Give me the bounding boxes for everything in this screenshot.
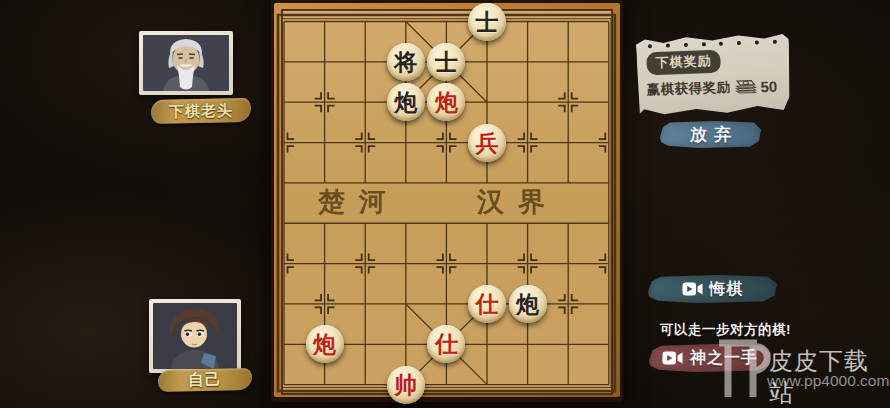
undo-button[interactable]: 悔棋 <box>648 275 777 303</box>
opponent-name-label: 下棋老头 <box>169 101 233 121</box>
opponent-portrait <box>143 35 229 91</box>
give-up-label: 放弃 <box>690 123 738 146</box>
river-label-han: 汉界 <box>476 186 559 217</box>
piece-character: 炮 <box>313 325 336 363</box>
piece-red-帅[interactable]: 帅 <box>387 366 425 404</box>
piece-red-仕[interactable]: 仕 <box>468 285 506 323</box>
reward-amount: 50 <box>760 77 777 95</box>
opponent-name-ribbon: 下棋老头 <box>151 98 251 124</box>
piece-black-炮[interactable]: 炮 <box>509 285 547 323</box>
watermark-url: www.pp4000.com <box>767 372 889 390</box>
watermark-logo <box>716 333 774 403</box>
piece-character: 将 <box>394 43 417 81</box>
self-name-ribbon: 自己 <box>158 368 252 392</box>
piece-character: 炮 <box>394 83 417 121</box>
piece-black-将[interactable]: 将 <box>387 43 425 81</box>
piece-red-兵[interactable]: 兵 <box>468 124 506 162</box>
piece-character: 士 <box>476 3 499 41</box>
reward-note: 下棋奖励 赢棋获得奖励 50 <box>636 31 792 116</box>
self-name-label: 自己 <box>188 369 222 391</box>
piece-red-炮[interactable]: 炮 <box>306 325 344 363</box>
piece-character: 炮 <box>516 285 539 323</box>
piece-black-炮[interactable]: 炮 <box>387 83 425 121</box>
video-ad-icon <box>662 351 683 365</box>
piece-character: 兵 <box>476 124 499 162</box>
money-stack-icon <box>733 77 760 96</box>
river-label-chu: 楚河 <box>317 186 400 217</box>
piece-character: 士 <box>435 43 458 81</box>
note-binder-holes <box>636 31 789 48</box>
undo-label: 悔棋 <box>710 279 744 300</box>
reward-line-row: 赢棋获得奖励 50 <box>646 76 791 99</box>
piece-character: 炮 <box>435 83 458 121</box>
video-ad-icon <box>682 282 703 296</box>
self-portrait <box>153 303 237 369</box>
piece-black-士[interactable]: 士 <box>468 3 506 41</box>
piece-black-士[interactable]: 士 <box>427 43 465 81</box>
reward-line-text: 赢棋获得奖励 <box>646 78 731 99</box>
self-avatar-frame <box>149 299 241 373</box>
piece-character: 仕 <box>476 285 499 323</box>
game-screen: 楚河 汉界 士将士炮炮兵仕炮炮仕帅 下棋老头 <box>0 0 890 408</box>
piece-character: 仕 <box>435 325 458 363</box>
opponent-avatar-frame <box>139 31 233 95</box>
piece-character: 帅 <box>394 366 417 404</box>
give-up-button[interactable]: 放弃 <box>660 121 761 148</box>
reward-title-badge: 下棋奖励 <box>646 50 721 76</box>
